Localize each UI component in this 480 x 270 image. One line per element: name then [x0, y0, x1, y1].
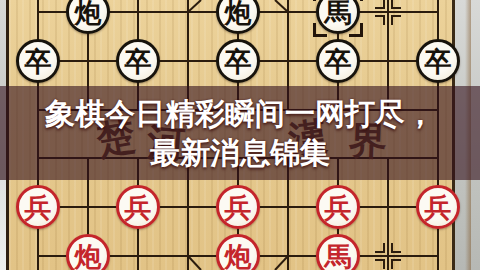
- point-marker: [375, 0, 401, 25]
- point-marker-corner: [375, 0, 385, 9]
- piece-red-soldier[interactable]: 兵: [316, 185, 360, 229]
- piece-glyph: 兵: [225, 194, 252, 221]
- piece-glyph: 卒: [425, 48, 452, 75]
- piece-glyph: 炮: [225, 0, 252, 26]
- point-marker-corner: [391, 243, 401, 253]
- piece-black-soldier[interactable]: 卒: [316, 39, 360, 83]
- piece-black-soldier[interactable]: 卒: [16, 39, 60, 83]
- point-marker-corner: [391, 15, 401, 25]
- piece-red-soldier[interactable]: 兵: [116, 185, 160, 229]
- table-edge-left: [0, 180, 6, 270]
- highlight-corner: [313, 0, 327, 1]
- point-marker-corner: [391, 259, 401, 269]
- last-move-highlight: [313, 0, 363, 37]
- headline-line-2: 最新消息锦集: [150, 136, 330, 169]
- headline-banner: 象棋今日精彩瞬间一网打尽， 最新消息锦集: [0, 86, 480, 180]
- piece-glyph: 兵: [25, 194, 52, 221]
- piece-red-soldier[interactable]: 兵: [416, 185, 460, 229]
- piece-glyph: 卒: [225, 48, 252, 75]
- piece-glyph: 卒: [125, 48, 152, 75]
- piece-red-cannon[interactable]: 炮: [216, 234, 260, 270]
- point-marker: [375, 243, 401, 269]
- piece-glyph: 兵: [125, 194, 152, 221]
- piece-glyph: 卒: [325, 48, 352, 75]
- piece-glyph: 兵: [325, 194, 352, 221]
- piece-red-horse[interactable]: 馬: [316, 234, 360, 270]
- piece-red-soldier[interactable]: 兵: [216, 185, 260, 229]
- piece-glyph: 炮: [75, 0, 102, 26]
- highlight-corner: [349, 0, 363, 1]
- piece-glyph: 兵: [425, 194, 452, 221]
- piece-black-soldier[interactable]: 卒: [116, 39, 160, 83]
- piece-red-cannon[interactable]: 炮: [66, 234, 110, 270]
- piece-black-soldier[interactable]: 卒: [416, 39, 460, 83]
- highlight-corner: [349, 23, 363, 37]
- piece-red-soldier[interactable]: 兵: [16, 185, 60, 229]
- point-marker-corner: [391, 0, 401, 9]
- point-marker-corner: [375, 259, 385, 269]
- piece-glyph: 炮: [75, 243, 102, 270]
- highlight-corner: [313, 23, 327, 37]
- piece-black-soldier[interactable]: 卒: [216, 39, 260, 83]
- point-marker-corner: [375, 15, 385, 25]
- piece-glyph: 卒: [25, 48, 52, 75]
- piece-glyph: 炮: [225, 243, 252, 270]
- headline-line-1: 象棋今日精彩瞬间一网打尽，: [45, 97, 435, 130]
- piece-glyph: 馬: [325, 243, 352, 270]
- point-marker-corner: [375, 243, 385, 253]
- screenshot-root: 楚 河 漢 界 炮炮馬卒卒卒卒卒兵兵兵兵兵炮炮馬 象棋今日精彩瞬间一网打尽， 最…: [0, 0, 480, 270]
